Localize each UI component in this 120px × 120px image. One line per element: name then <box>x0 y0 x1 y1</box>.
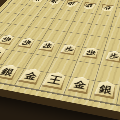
piece-3c-pawn-gote[interactable]: 歩 <box>118 6 120 14</box>
piece-3g-pawn-sente[interactable]: 歩 <box>105 50 120 63</box>
piece-7g-pawn-sente[interactable]: 歩 <box>17 37 36 48</box>
piece-6g-pawn-sente[interactable]: 歩 <box>38 40 56 52</box>
square-4i[interactable]: 金 <box>64 77 95 100</box>
piece-3i-silver-sente[interactable]: 銀 <box>94 80 118 99</box>
shogi-photo-scene: 香桂銀金玉金銀桂香飛角歩歩歩歩歩歩歩歩歩歩歩歩歩歩歩歩歩歩角飛香桂銀金王金銀桂香 <box>0 0 120 120</box>
piece-5g-pawn-sente[interactable]: 歩 <box>60 43 78 55</box>
piece-9c-pawn-gote[interactable]: 歩 <box>13 0 28 1</box>
piece-7c-pawn-gote[interactable]: 歩 <box>47 0 62 5</box>
square-3i[interactable]: 銀 <box>90 81 120 105</box>
shogi-board-grid[interactable]: 香桂銀金玉金銀桂香飛角歩歩歩歩歩歩歩歩歩歩歩歩歩歩歩歩歩歩角飛香桂銀金王金銀桂香 <box>0 0 120 115</box>
square-5c[interactable]: 歩 <box>78 3 100 14</box>
piece-8c-pawn-gote[interactable]: 歩 <box>30 0 45 3</box>
shogi-board: 香桂銀金玉金銀桂香飛角歩歩歩歩歩歩歩歩歩歩歩歩歩歩歩歩歩歩角飛香桂銀金王金銀桂香 <box>0 0 120 120</box>
piece-8g-pawn-sente[interactable]: 歩 <box>0 34 16 45</box>
square-5f[interactable] <box>62 32 88 47</box>
piece-6c-pawn-gote[interactable]: 歩 <box>64 0 78 7</box>
